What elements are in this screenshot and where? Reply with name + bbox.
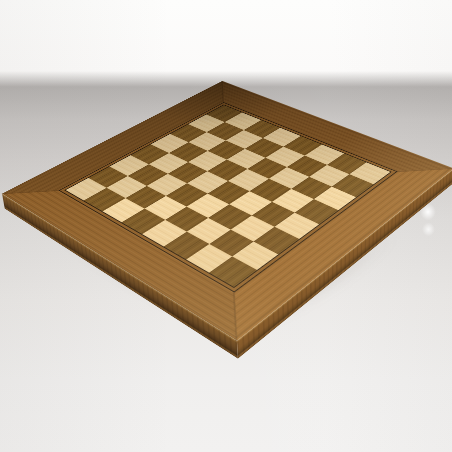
square-g1[interactable] bbox=[186, 244, 232, 273]
square-h3[interactable] bbox=[254, 227, 299, 254]
square-e3[interactable] bbox=[187, 193, 229, 217]
product-photo bbox=[0, 0, 452, 452]
square-h7[interactable] bbox=[332, 174, 373, 197]
square-d1[interactable] bbox=[122, 209, 165, 234]
square-e1[interactable] bbox=[142, 220, 186, 246]
square-e2[interactable] bbox=[165, 206, 208, 231]
square-c1[interactable] bbox=[102, 198, 144, 222]
chessboard bbox=[0, 0, 452, 452]
square-g5[interactable] bbox=[272, 189, 314, 213]
square-h5[interactable] bbox=[295, 199, 338, 224]
square-g6[interactable] bbox=[291, 176, 332, 199]
square-g4[interactable] bbox=[252, 202, 295, 227]
mitre-seam-near bbox=[233, 292, 237, 341]
square-f1[interactable] bbox=[164, 232, 209, 260]
square-f5[interactable] bbox=[249, 179, 290, 202]
square-f3[interactable] bbox=[208, 204, 251, 229]
board-3d-scene bbox=[0, 0, 452, 452]
square-d2[interactable] bbox=[145, 196, 187, 220]
board-frame-bottom bbox=[2, 177, 271, 341]
square-g2[interactable] bbox=[209, 229, 254, 257]
board-3d bbox=[2, 81, 452, 341]
square-h1[interactable] bbox=[209, 257, 256, 287]
board-top-face bbox=[2, 81, 452, 341]
square-g3[interactable] bbox=[231, 215, 275, 241]
square-h4[interactable] bbox=[275, 213, 319, 239]
square-f4[interactable] bbox=[229, 191, 271, 215]
square-e4[interactable] bbox=[208, 181, 249, 204]
square-h6[interactable] bbox=[314, 186, 356, 210]
square-b1[interactable] bbox=[84, 188, 125, 211]
board-frame-right bbox=[200, 155, 452, 340]
square-d3[interactable] bbox=[166, 183, 207, 206]
square-f2[interactable] bbox=[186, 218, 230, 244]
square-c2[interactable] bbox=[125, 186, 166, 209]
square-h2[interactable] bbox=[232, 241, 278, 270]
